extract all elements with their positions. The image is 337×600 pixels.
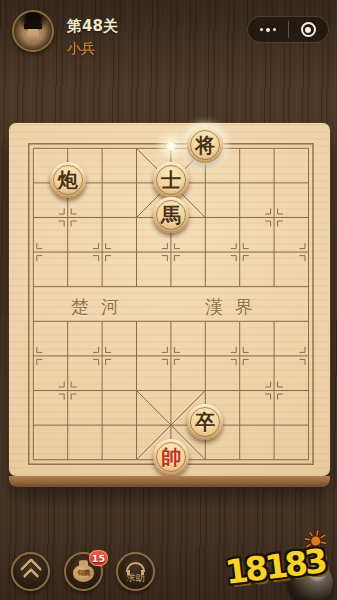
miniprogram-capsule [247,16,329,43]
level-info: 第48关 小兵 [67,19,118,55]
target-circle-icon [301,22,316,37]
level-number: 第48关 [67,19,118,34]
level-rank: 小兵 [67,41,118,55]
piece-cannon-black[interactable]: 炮 [50,162,86,198]
top-bar: 第48关 小兵 [0,0,337,60]
more-dots-icon [260,28,276,32]
piece-character: 炮 [58,170,78,190]
piece-soldier-black[interactable]: 卒 [187,404,223,440]
piece-character: 将 [195,135,215,155]
exit-button[interactable] [289,17,329,42]
more-options-button[interactable] [248,17,288,42]
piece-character: 馬 [161,205,181,225]
piece-general-red[interactable]: 帥 [153,439,189,475]
ask-help-button[interactable]: 求助 [116,552,155,591]
bridge-icon [126,562,145,572]
piece-character: 卒 [195,412,215,432]
piece-character: 士 [161,170,181,190]
money-bag-icon: 锦囊 [73,565,94,582]
xiangqi-board[interactable]: 楚河 漢界 将炮士馬卒帥 [9,123,330,476]
highlight-orb [165,141,176,152]
collapse-menu-button[interactable] [11,552,50,591]
piece-general-black[interactable]: 将 [187,127,223,163]
piece-horse-black[interactable]: 馬 [153,197,189,233]
piece-character: 帥 [161,447,181,467]
player-avatar [12,10,54,52]
piece-advisor-black[interactable]: 士 [153,162,189,198]
hint-bag-button[interactable]: 锦囊 15 [64,552,103,591]
river-label-han: 漢界 [205,295,265,319]
game-screen: 第48关 小兵 楚河 漢界 将炮士馬卒帥 锦囊 15 求助 [0,0,337,600]
18183-watermark: ☀ 18183 [223,528,337,600]
river-label-chu: 楚河 [71,295,131,319]
hint-count-badge: 15 [89,550,108,566]
help-button-label: 求助 [127,574,145,583]
